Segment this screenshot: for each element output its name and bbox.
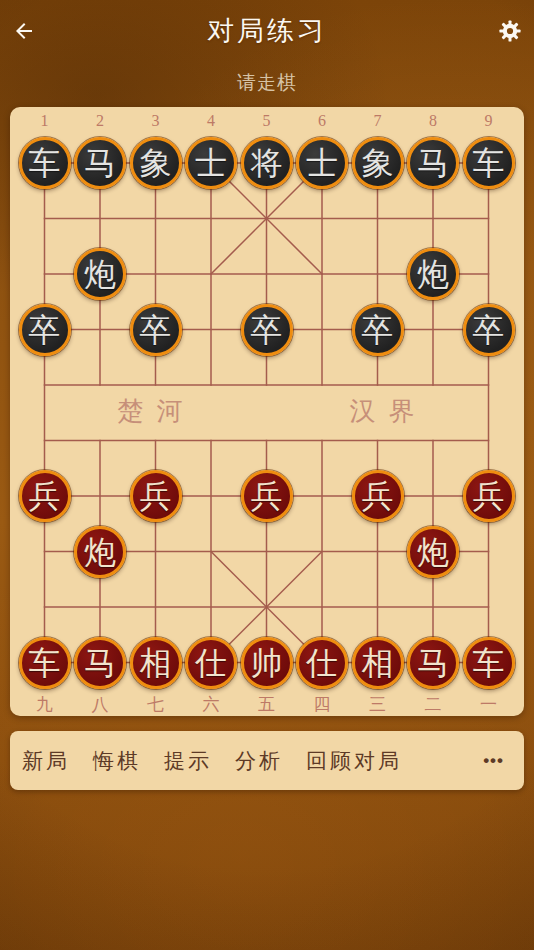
gear-icon [498,19,522,43]
back-arrow-icon [12,19,36,43]
piece-character: 象 [140,147,172,179]
xiangqi-piece-black-马[interactable]: 马 [74,137,126,189]
file-labels-bottom: 九八七六五四三二一 [17,693,517,716]
xiangqi-piece-black-象[interactable]: 象 [130,137,182,189]
app-background: 对局练习 [0,0,534,950]
piece-character: 士 [306,147,338,179]
piece-character: 仕 [195,647,227,679]
xiangqi-piece-black-炮[interactable]: 炮 [407,248,459,300]
piece-character: 车 [29,647,61,679]
xiangqi-piece-red-马[interactable]: 马 [407,637,459,689]
piece-character: 兵 [29,480,61,512]
xiangqi-piece-black-炮[interactable]: 炮 [74,248,126,300]
file-label-2: 2 [72,112,128,130]
piece-character: 炮 [417,536,449,568]
xiangqi-piece-red-车[interactable]: 车 [19,637,71,689]
toolbar-button-2[interactable]: 悔棋 [93,747,141,775]
xiangqi-board[interactable]: 123456789 九八七六五四三二一 楚河 汉界 车马象士将士象马车炮炮卒卒卒… [10,107,524,716]
piece-character: 士 [195,147,227,179]
piece-character: 炮 [417,258,449,290]
settings-button[interactable] [486,7,534,55]
xiangqi-piece-red-炮[interactable]: 炮 [74,526,126,578]
piece-character: 卒 [29,314,61,346]
more-options-button[interactable]: ••• [483,751,504,771]
file-label-cn-2: 八 [72,693,128,716]
piece-character: 相 [140,647,172,679]
xiangqi-piece-black-卒[interactable]: 卒 [130,304,182,356]
status-text: 请走棋 [0,70,534,96]
xiangqi-piece-black-卒[interactable]: 卒 [19,304,71,356]
piece-character: 车 [473,147,505,179]
file-label-6: 6 [294,112,350,130]
xiangqi-piece-red-车[interactable]: 车 [463,637,515,689]
page-title: 对局练习 [48,13,486,49]
xiangqi-piece-red-仕[interactable]: 仕 [185,637,237,689]
xiangqi-piece-red-相[interactable]: 相 [352,637,404,689]
file-label-cn-8: 二 [405,693,461,716]
xiangqi-piece-red-帅[interactable]: 帅 [241,637,293,689]
piece-character: 卒 [473,314,505,346]
xiangqi-piece-black-士[interactable]: 士 [296,137,348,189]
file-label-cn-1: 九 [17,693,73,716]
toolbar-button-5[interactable]: 回顾对局 [306,747,402,775]
xiangqi-piece-red-兵[interactable]: 兵 [241,470,293,522]
xiangqi-piece-red-兵[interactable]: 兵 [130,470,182,522]
xiangqi-piece-red-仕[interactable]: 仕 [296,637,348,689]
file-label-cn-4: 六 [183,693,239,716]
xiangqi-piece-black-士[interactable]: 士 [185,137,237,189]
pieces-layer: 车马象士将士象马车炮炮卒卒卒卒卒兵兵兵兵兵炮炮车马相仕帅仕相马车 [17,135,517,690]
toolbar-button-1[interactable]: 新局 [22,747,70,775]
piece-character: 卒 [140,314,172,346]
file-label-3: 3 [128,112,184,130]
file-label-5: 5 [239,112,295,130]
piece-character: 卒 [251,314,283,346]
piece-character: 仕 [306,647,338,679]
piece-character: 将 [251,147,283,179]
piece-character: 车 [473,647,505,679]
file-label-cn-5: 五 [239,693,295,716]
piece-character: 车 [29,147,61,179]
toolbar-button-3[interactable]: 提示 [164,747,212,775]
piece-character: 兵 [362,480,394,512]
file-label-1: 1 [17,112,73,130]
xiangqi-piece-black-马[interactable]: 马 [407,137,459,189]
xiangqi-piece-black-卒[interactable]: 卒 [241,304,293,356]
piece-character: 兵 [473,480,505,512]
piece-character: 炮 [84,258,116,290]
xiangqi-piece-red-兵[interactable]: 兵 [463,470,515,522]
xiangqi-piece-black-象[interactable]: 象 [352,137,404,189]
piece-character: 马 [417,647,449,679]
header: 对局练习 [0,0,534,62]
piece-character: 马 [84,647,116,679]
xiangqi-piece-black-卒[interactable]: 卒 [352,304,404,356]
file-label-8: 8 [405,112,461,130]
xiangqi-piece-black-卒[interactable]: 卒 [463,304,515,356]
piece-character: 帅 [251,647,283,679]
file-label-cn-9: 一 [461,693,517,716]
piece-character: 马 [417,147,449,179]
file-label-cn-3: 七 [128,693,184,716]
game-toolbar: 新局悔棋提示分析回顾对局••• [10,731,524,790]
piece-character: 马 [84,147,116,179]
file-label-cn-7: 三 [350,693,406,716]
file-label-cn-6: 四 [294,693,350,716]
xiangqi-piece-red-兵[interactable]: 兵 [352,470,404,522]
back-button[interactable] [0,7,48,55]
file-label-9: 9 [461,112,517,130]
piece-character: 卒 [362,314,394,346]
piece-character: 象 [362,147,394,179]
piece-character: 兵 [140,480,172,512]
piece-character: 相 [362,647,394,679]
file-label-4: 4 [183,112,239,130]
xiangqi-piece-red-炮[interactable]: 炮 [407,526,459,578]
xiangqi-piece-red-马[interactable]: 马 [74,637,126,689]
xiangqi-piece-black-车[interactable]: 车 [463,137,515,189]
piece-character: 兵 [251,480,283,512]
xiangqi-piece-black-车[interactable]: 车 [19,137,71,189]
xiangqi-piece-red-相[interactable]: 相 [130,637,182,689]
file-labels-top: 123456789 [17,112,517,130]
xiangqi-piece-red-兵[interactable]: 兵 [19,470,71,522]
xiangqi-piece-black-将[interactable]: 将 [241,137,293,189]
file-label-7: 7 [350,112,406,130]
piece-character: 炮 [84,536,116,568]
toolbar-button-4[interactable]: 分析 [235,747,283,775]
